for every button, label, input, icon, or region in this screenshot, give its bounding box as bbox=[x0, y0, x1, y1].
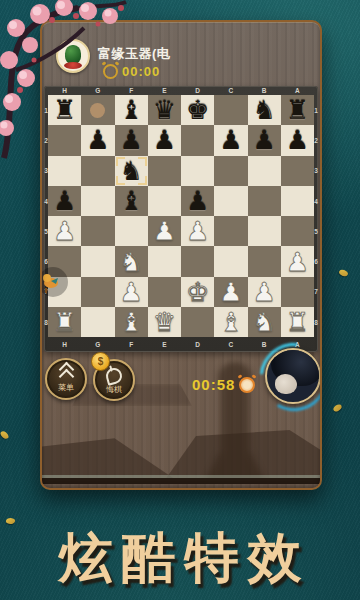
square-c4[interactable] bbox=[214, 186, 247, 216]
square-c2[interactable]: ♟ bbox=[214, 125, 247, 155]
square-e1[interactable]: ♛ bbox=[148, 95, 181, 125]
square-f6[interactable]: ♞ bbox=[115, 246, 148, 276]
square-b5[interactable] bbox=[248, 216, 281, 246]
file-label: C bbox=[214, 337, 247, 351]
square-h5[interactable]: ♟ bbox=[48, 216, 81, 246]
file-label: B bbox=[248, 86, 281, 95]
rank-label: 8 bbox=[314, 307, 318, 337]
opponent-avatar bbox=[56, 39, 90, 73]
square-c7[interactable]: ♟ bbox=[214, 277, 247, 307]
piece-wn[interactable]: ♞ bbox=[248, 307, 281, 337]
square-f2[interactable]: ♟ bbox=[115, 125, 148, 155]
square-g2[interactable]: ♟ bbox=[81, 125, 114, 155]
square-d4[interactable]: ♟ bbox=[181, 186, 214, 216]
piece-bk[interactable]: ♚ bbox=[181, 95, 214, 125]
piece-wb[interactable]: ♝ bbox=[214, 307, 247, 337]
piece-bn[interactable]: ♞ bbox=[248, 95, 281, 125]
file-label: H bbox=[48, 86, 81, 95]
file-label: E bbox=[148, 86, 181, 95]
square-b7[interactable]: ♟ bbox=[248, 277, 281, 307]
piece-bq[interactable]: ♛ bbox=[148, 95, 181, 125]
rank-label: 6 bbox=[314, 246, 318, 276]
piece-bp[interactable]: ♟ bbox=[115, 125, 148, 155]
square-f4[interactable]: ♝ bbox=[115, 186, 148, 216]
square-e2[interactable]: ♟ bbox=[148, 125, 181, 155]
square-a1[interactable]: ♜ bbox=[281, 95, 314, 125]
square-h8[interactable]: ♜ bbox=[48, 307, 81, 337]
frame-corner bbox=[314, 86, 318, 95]
square-b8[interactable]: ♞ bbox=[248, 307, 281, 337]
square-f8[interactable]: ♝ bbox=[115, 307, 148, 337]
square-h4[interactable]: ♟ bbox=[48, 186, 81, 216]
square-d3[interactable] bbox=[181, 156, 214, 186]
piece-wp[interactable]: ♟ bbox=[181, 216, 214, 246]
square-d2[interactable] bbox=[181, 125, 214, 155]
file-label: D bbox=[181, 86, 214, 95]
rank-label: 2 bbox=[314, 125, 318, 155]
square-d5[interactable]: ♟ bbox=[181, 216, 214, 246]
piece-wk[interactable]: ♚ bbox=[181, 277, 214, 307]
file-label: D bbox=[181, 337, 214, 351]
piece-wr[interactable]: ♜ bbox=[281, 307, 314, 337]
square-h1[interactable]: ♜ bbox=[48, 95, 81, 125]
square-a5[interactable] bbox=[281, 216, 314, 246]
file-label: B bbox=[248, 337, 281, 351]
piece-wp[interactable]: ♟ bbox=[214, 277, 247, 307]
piece-wp[interactable]: ♟ bbox=[248, 277, 281, 307]
file-label: H bbox=[48, 337, 81, 351]
piece-bp[interactable]: ♟ bbox=[148, 125, 181, 155]
square-f1[interactable]: ♝ bbox=[115, 95, 148, 125]
square-b3[interactable] bbox=[248, 156, 281, 186]
piece-wn[interactable]: ♞ bbox=[115, 246, 148, 276]
square-e5[interactable]: ♟ bbox=[148, 216, 181, 246]
square-g1[interactable] bbox=[81, 95, 114, 125]
square-c6[interactable] bbox=[214, 246, 247, 276]
square-g7[interactable] bbox=[81, 277, 114, 307]
square-d6[interactable] bbox=[181, 246, 214, 276]
file-label: A bbox=[281, 86, 314, 95]
square-c8[interactable]: ♝ bbox=[214, 307, 247, 337]
square-b6[interactable] bbox=[248, 246, 281, 276]
square-h2[interactable] bbox=[48, 125, 81, 155]
piece-bp[interactable]: ♟ bbox=[48, 186, 81, 216]
piece-bp[interactable]: ♟ bbox=[81, 125, 114, 155]
alarm-clock-icon bbox=[239, 377, 255, 393]
square-c3[interactable] bbox=[214, 156, 247, 186]
rank-label: 5 bbox=[314, 216, 318, 246]
square-d8[interactable] bbox=[181, 307, 214, 337]
player-avatar bbox=[265, 348, 321, 404]
rank-label: 4 bbox=[314, 186, 318, 216]
piece-bp[interactable]: ♟ bbox=[281, 125, 314, 155]
file-label: C bbox=[214, 86, 247, 95]
square-e8[interactable]: ♛ bbox=[148, 307, 181, 337]
rank-label: 3 bbox=[314, 156, 318, 186]
rank-label: 7 bbox=[314, 277, 318, 307]
piece-br[interactable]: ♜ bbox=[48, 95, 81, 125]
file-label: E bbox=[148, 337, 181, 351]
piece-wp[interactable]: ♟ bbox=[281, 246, 314, 276]
piece-wb[interactable]: ♝ bbox=[115, 307, 148, 337]
square-c5[interactable] bbox=[214, 216, 247, 246]
square-f3[interactable]: ♞ bbox=[115, 156, 148, 186]
piece-br[interactable]: ♜ bbox=[281, 95, 314, 125]
piece-bn[interactable]: ♞ bbox=[115, 156, 148, 186]
square-b1[interactable]: ♞ bbox=[248, 95, 281, 125]
square-a4[interactable] bbox=[281, 186, 314, 216]
rank-label: 1 bbox=[314, 95, 318, 125]
square-a8[interactable]: ♜ bbox=[281, 307, 314, 337]
opponent-name: 富缘玉器(电 bbox=[98, 45, 170, 63]
square-e7[interactable] bbox=[148, 277, 181, 307]
square-c1[interactable] bbox=[214, 95, 247, 125]
piece-wq[interactable]: ♛ bbox=[148, 307, 181, 337]
coin-badge: $ bbox=[91, 352, 110, 371]
square-a7[interactable] bbox=[281, 277, 314, 307]
file-label: F bbox=[115, 86, 148, 95]
frame-corner bbox=[314, 337, 318, 351]
game-panel: 富缘玉器(电 00:00 HGFEDCBA1♜♝♛♚♞♜12♟♟♟♟♟♟23♞3… bbox=[40, 20, 322, 490]
piece-bp[interactable]: ♟ bbox=[248, 125, 281, 155]
gold-petal bbox=[338, 268, 349, 278]
square-h3[interactable] bbox=[48, 156, 81, 186]
square-g5[interactable] bbox=[81, 216, 114, 246]
square-b2[interactable]: ♟ bbox=[248, 125, 281, 155]
bird-decoration bbox=[40, 262, 69, 302]
square-e4[interactable] bbox=[148, 186, 181, 216]
file-label: F bbox=[115, 337, 148, 351]
gold-petal bbox=[0, 430, 10, 441]
file-label: G bbox=[81, 86, 114, 95]
square-g6[interactable] bbox=[81, 246, 114, 276]
square-d7[interactable]: ♚ bbox=[181, 277, 214, 307]
square-a3[interactable] bbox=[281, 156, 314, 186]
square-g3[interactable] bbox=[81, 156, 114, 186]
piece-bp[interactable]: ♟ bbox=[181, 186, 214, 216]
piece-wp[interactable]: ♟ bbox=[48, 216, 81, 246]
square-f5[interactable] bbox=[115, 216, 148, 246]
square-a6[interactable]: ♟ bbox=[281, 246, 314, 276]
file-label: G bbox=[81, 337, 114, 351]
piece-bb[interactable]: ♝ bbox=[115, 186, 148, 216]
promo-banner-text: 炫酷特效 bbox=[0, 522, 360, 595]
piece-wp[interactable]: ♟ bbox=[115, 277, 148, 307]
chess-board-frame: HGFEDCBA1♜♝♛♚♞♜12♟♟♟♟♟♟23♞34♟♝♟45♟♟♟56♞♟… bbox=[44, 86, 318, 352]
menu-button[interactable]: 菜单 bbox=[45, 358, 87, 400]
square-e3[interactable] bbox=[148, 156, 181, 186]
hand-pointer-icon bbox=[104, 366, 124, 386]
square-f7[interactable]: ♟ bbox=[115, 277, 148, 307]
piece-bb[interactable]: ♝ bbox=[115, 95, 148, 125]
gold-petal bbox=[332, 404, 343, 413]
alarm-clock-icon bbox=[103, 64, 118, 79]
app-store-screenshot: { "game": "chess", "position": { "fen": … bbox=[0, 0, 360, 600]
move-origin-dot bbox=[90, 103, 105, 118]
piece-bp[interactable]: ♟ bbox=[214, 125, 247, 155]
square-d1[interactable]: ♚ bbox=[181, 95, 214, 125]
opponent-timer: 00:00 bbox=[122, 64, 160, 79]
square-g4[interactable] bbox=[81, 186, 114, 216]
piece-wr[interactable]: ♜ bbox=[48, 307, 81, 337]
square-g8[interactable] bbox=[81, 307, 114, 337]
square-b4[interactable] bbox=[248, 186, 281, 216]
player-timer: 00:58 bbox=[192, 376, 235, 393]
square-a2[interactable]: ♟ bbox=[281, 125, 314, 155]
piece-wp[interactable]: ♟ bbox=[148, 216, 181, 246]
square-e6[interactable] bbox=[148, 246, 181, 276]
double-chevron-up-icon bbox=[61, 368, 72, 382]
